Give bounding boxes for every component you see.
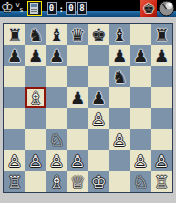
white-pawn: ♙ (49, 151, 64, 171)
sphere-clock-icon (158, 0, 175, 17)
square-f8[interactable]: ♝ (109, 24, 130, 45)
square-h7[interactable]: ♟ (151, 45, 172, 66)
square-a7[interactable]: ♟ (4, 45, 25, 66)
white-pawn: ♙ (28, 151, 43, 171)
white-pawn: ♙ (154, 151, 169, 171)
square-a4[interactable] (4, 108, 25, 129)
square-b7[interactable]: ♟ (25, 45, 46, 66)
square-e5[interactable]: ♟ (88, 87, 109, 108)
square-c8[interactable]: ♝ (46, 24, 67, 45)
clock-digit: 0 (66, 2, 76, 15)
white-pawn: ♙ (112, 130, 127, 150)
square-e3[interactable] (88, 129, 109, 150)
black-queen: ♛ (70, 25, 85, 45)
square-b6[interactable] (25, 66, 46, 87)
square-h5[interactable] (151, 87, 172, 108)
square-f1[interactable] (109, 171, 130, 192)
square-b2[interactable]: ♙ (25, 150, 46, 171)
square-c1[interactable]: ♗ (46, 171, 67, 192)
statusbar-right-group: ♚ (140, 0, 175, 17)
clock-digit: 8 (77, 2, 87, 15)
square-e6[interactable] (88, 66, 109, 87)
black-pawn: ♟ (91, 88, 106, 108)
square-e1[interactable]: ♔ (88, 171, 109, 192)
black-bishop: ♝ (49, 25, 64, 45)
square-f7[interactable]: ♟ (109, 45, 130, 66)
black-knight: ♞ (112, 67, 127, 87)
vs-label: v s (16, 2, 25, 16)
square-a8[interactable]: ♜ (4, 24, 25, 45)
black-pawn: ♟ (154, 46, 169, 66)
mobile-phone-icon (29, 2, 39, 15)
square-d2[interactable]: ♙ (67, 150, 88, 171)
app-window: ♔ v s 0 : 0 8 ♚ ♜♞ (0, 0, 176, 203)
phone-opponent-icon (27, 1, 42, 16)
square-g5[interactable] (130, 87, 151, 108)
square-h4[interactable] (151, 108, 172, 129)
white-queen: ♕ (70, 172, 85, 192)
white-bishop: ♗ (28, 88, 43, 108)
square-c5[interactable] (46, 87, 67, 108)
white-rook: ♖ (154, 172, 169, 192)
square-g3[interactable] (130, 129, 151, 150)
black-to-move-indicator: ♚ (140, 0, 157, 17)
square-b8[interactable]: ♞ (25, 24, 46, 45)
square-a5[interactable] (4, 87, 25, 108)
white-pawn: ♙ (7, 151, 22, 171)
black-pawn: ♟ (7, 46, 22, 66)
white-rook: ♖ (7, 172, 22, 192)
square-d7[interactable] (67, 45, 88, 66)
square-a3[interactable] (4, 129, 25, 150)
square-g7[interactable]: ♟ (130, 45, 151, 66)
square-g2[interactable]: ♙ (130, 150, 151, 171)
black-pawn: ♟ (70, 88, 85, 108)
square-f4[interactable] (109, 108, 130, 129)
square-h3[interactable] (151, 129, 172, 150)
square-g4[interactable] (130, 108, 151, 129)
clock-digit: 0 (47, 2, 57, 15)
black-rook: ♜ (154, 25, 169, 45)
square-d6[interactable] (67, 66, 88, 87)
chess-board: ♜♞♝♛♚♝♜♟♟♟♟♟♟♞♗♟♟♙♘♙♙♙♙♙♙♙♖♗♕♔♘♖ (3, 23, 173, 193)
square-c2[interactable]: ♙ (46, 150, 67, 171)
clock-colon: : (59, 4, 64, 14)
status-bar: ♔ v s 0 : 0 8 ♚ (0, 0, 176, 17)
black-pawn: ♟ (49, 46, 64, 66)
white-knight: ♘ (49, 130, 64, 150)
white-king: ♔ (91, 172, 106, 192)
square-c4[interactable] (46, 108, 67, 129)
square-d1[interactable]: ♕ (67, 171, 88, 192)
square-d3[interactable] (67, 129, 88, 150)
square-h1[interactable]: ♖ (151, 171, 172, 192)
square-a1[interactable]: ♖ (4, 171, 25, 192)
square-h6[interactable] (151, 66, 172, 87)
square-h8[interactable]: ♜ (151, 24, 172, 45)
square-c3[interactable]: ♘ (46, 129, 67, 150)
white-king-icon: ♔ (1, 0, 14, 15)
white-pawn: ♙ (70, 151, 85, 171)
square-d5[interactable]: ♟ (67, 87, 88, 108)
square-f6[interactable]: ♞ (109, 66, 130, 87)
white-bishop: ♗ (49, 172, 64, 192)
square-g8[interactable] (130, 24, 151, 45)
square-b1[interactable] (25, 171, 46, 192)
white-knight: ♘ (133, 172, 148, 192)
square-d4[interactable] (67, 108, 88, 129)
black-pawn: ♟ (133, 46, 148, 66)
square-f3[interactable]: ♙ (109, 129, 130, 150)
black-king: ♚ (91, 25, 106, 45)
white-pawn: ♙ (133, 151, 148, 171)
square-a2[interactable]: ♙ (4, 150, 25, 171)
vs-label-s: s (20, 7, 24, 14)
black-rook: ♜ (7, 25, 22, 45)
square-e7[interactable] (88, 45, 109, 66)
square-c7[interactable]: ♟ (46, 45, 67, 66)
square-b4[interactable] (25, 108, 46, 129)
square-e8[interactable]: ♚ (88, 24, 109, 45)
square-d8[interactable]: ♛ (67, 24, 88, 45)
black-knight: ♞ (28, 25, 43, 45)
square-g6[interactable] (130, 66, 151, 87)
black-pawn: ♟ (28, 46, 43, 66)
white-pawn: ♙ (91, 109, 106, 129)
black-bishop: ♝ (112, 25, 127, 45)
square-b5[interactable]: ♗ (25, 87, 46, 108)
square-h2[interactable]: ♙ (151, 150, 172, 171)
square-f2[interactable] (109, 150, 130, 171)
square-e2[interactable] (88, 150, 109, 171)
game-clock: 0 : 0 8 (47, 2, 87, 15)
square-f5[interactable] (109, 87, 130, 108)
square-a6[interactable] (4, 66, 25, 87)
square-g1[interactable]: ♘ (130, 171, 151, 192)
square-b3[interactable] (25, 129, 46, 150)
square-e4[interactable]: ♙ (88, 108, 109, 129)
black-pawn: ♟ (112, 46, 127, 66)
square-c6[interactable] (46, 66, 67, 87)
